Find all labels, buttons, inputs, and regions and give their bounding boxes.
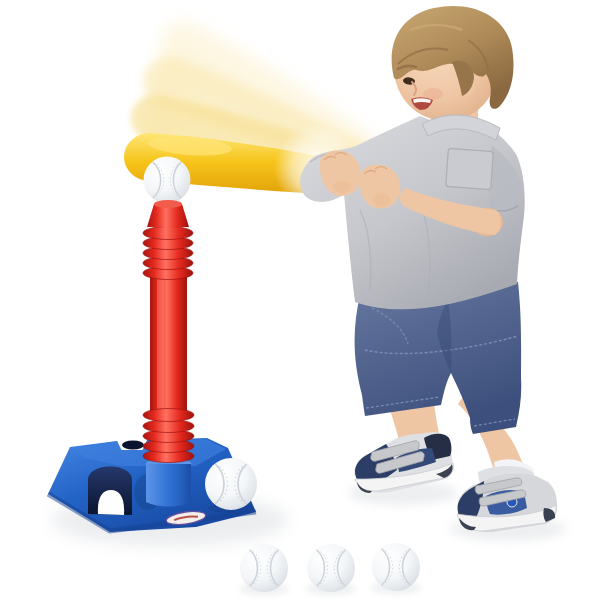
tee-upper-ribs xyxy=(143,227,193,280)
base-ball xyxy=(205,458,257,510)
back-shoe xyxy=(457,466,557,532)
head xyxy=(392,6,514,121)
tee-ball xyxy=(144,157,191,204)
product-photo-canvas xyxy=(0,0,600,600)
ground-ball-1 xyxy=(240,544,288,592)
tball-scene xyxy=(0,0,600,600)
front-shoe xyxy=(354,432,453,493)
child xyxy=(300,6,557,532)
tee-socket-pedestal xyxy=(146,464,191,507)
ball-well-hole xyxy=(122,441,144,450)
ground-ball-3 xyxy=(372,543,420,591)
chest-pocket xyxy=(446,149,494,190)
tee-pole xyxy=(143,200,194,463)
ground-ball-2 xyxy=(307,544,355,592)
tee-lower-ribs xyxy=(143,409,194,463)
